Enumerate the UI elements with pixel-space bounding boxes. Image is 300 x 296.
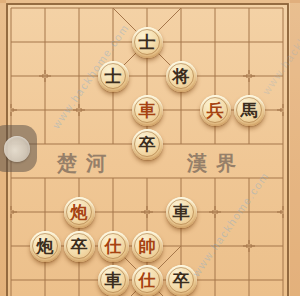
piece-black-将[interactable]: 将 — [166, 61, 197, 92]
piece-red-兵[interactable]: 兵 — [200, 95, 231, 126]
xiangqi-app-screenshot: 楚河 漢界 士士将車兵馬卒炮車炮卒仕帥車仕卒 www.hackhome.com … — [0, 0, 300, 296]
piece-black-卒[interactable]: 卒 — [166, 265, 197, 296]
piece-red-車[interactable]: 車 — [132, 95, 163, 126]
piece-black-卒[interactable]: 卒 — [132, 129, 163, 160]
floating-assist-button[interactable] — [0, 125, 37, 172]
piece-red-炮[interactable]: 炮 — [64, 197, 95, 228]
piece-black-士[interactable]: 士 — [132, 27, 163, 58]
piece-black-卒[interactable]: 卒 — [64, 231, 95, 262]
piece-black-車[interactable]: 車 — [166, 197, 197, 228]
assist-ball-icon — [4, 136, 30, 162]
piece-black-車[interactable]: 車 — [98, 265, 129, 296]
piece-black-馬[interactable]: 馬 — [234, 95, 265, 126]
piece-black-士[interactable]: 士 — [98, 61, 129, 92]
piece-black-炮[interactable]: 炮 — [30, 231, 61, 262]
piece-red-仕[interactable]: 仕 — [132, 265, 163, 296]
piece-grid[interactable]: 士士将車兵馬卒炮車炮卒仕帥車仕卒 — [0, 0, 300, 296]
piece-red-帥[interactable]: 帥 — [132, 231, 163, 262]
piece-red-仕[interactable]: 仕 — [98, 231, 129, 262]
